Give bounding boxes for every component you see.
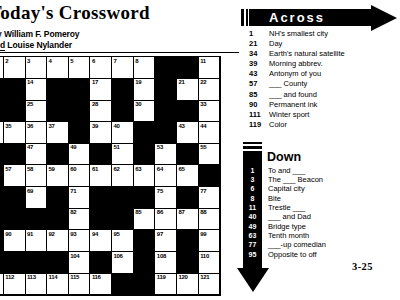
grid-cell-r6-c8[interactable]: 63 [134, 165, 155, 186]
across-clue-text: Winter sport [269, 110, 309, 119]
grid-cell-r5-c6 [90, 144, 111, 165]
across-clue-number: 34 [249, 49, 269, 59]
across-clue[interactable]: 43Antonym of you [249, 69, 345, 79]
across-clue-text: NH's smallest city [269, 29, 328, 38]
grid-cell-r7-c1 [0, 187, 3, 208]
cell-number: 94 [92, 231, 98, 237]
down-clue-text: Bridge type [268, 222, 306, 231]
down-clue-number: 77 [243, 240, 262, 249]
grid-cell-r9-c2[interactable]: 90 [4, 230, 25, 251]
down-arrow-tail-icon [243, 142, 262, 151]
cell-number: 93 [70, 231, 76, 237]
cell-number: 71 [70, 188, 76, 194]
down-header-label: Down [267, 150, 301, 164]
down-clue[interactable]: 95Opposite to off [243, 250, 326, 259]
down-clue-number: 49 [243, 222, 262, 231]
grid-cell-r6-c7[interactable]: 62 [112, 165, 133, 186]
cell-number: 90 [5, 231, 11, 237]
cell-number: 49 [70, 144, 76, 150]
down-arrow-head-icon [237, 268, 269, 292]
grid-cell-r7-c8 [134, 187, 155, 208]
down-clue[interactable]: 11Trestle ___ [243, 203, 326, 212]
grid-cell-r10-c3 [26, 252, 47, 273]
grid-cell-r3-c2 [4, 101, 25, 122]
grid-cell-r9-c4[interactable]: 92 [47, 230, 68, 251]
cell-number: 113 [27, 274, 36, 280]
cell-number: 119 [157, 274, 166, 280]
byline-author-2: d Louise Nylander [0, 40, 72, 50]
down-clue-number: 3 [243, 175, 262, 184]
grid-cell-r2-c9 [155, 79, 176, 100]
across-clue-text: ___ County [269, 79, 307, 88]
grid-cell-r7-c2 [4, 187, 25, 208]
grid-cell-r9-c11[interactable]: 99 [199, 230, 220, 251]
across-clue[interactable]: 90Permanent ink [249, 100, 345, 110]
cell-number: 55 [200, 144, 206, 150]
grid-cell-r8-c3 [26, 209, 47, 230]
grid-cell-r9-c7[interactable]: 95 [112, 230, 133, 251]
cell-number: 77 [200, 188, 206, 194]
across-arrow-head-icon [371, 5, 397, 31]
cell-number: 62 [114, 166, 120, 172]
grid-cell-r9-c10 [177, 230, 198, 251]
grid-cell-r5-c9[interactable]: 53 [155, 144, 176, 165]
grid-cell-r10-c9[interactable]: 108 [155, 252, 176, 273]
grid-cell-r2-c5 [69, 79, 90, 100]
grid-cell-r5-c3[interactable]: 47 [26, 144, 47, 165]
grid-cell-r7-c6 [90, 187, 111, 208]
grid-cell-r3-c7 [112, 101, 133, 122]
cell-number: 37 [49, 123, 55, 129]
grid-cell-r8-c4 [47, 209, 68, 230]
grid-cell-r5-c2 [4, 144, 25, 165]
grid-cell-r1-c6[interactable]: 6 [90, 57, 111, 78]
grid-cell-r3-c5 [69, 101, 90, 122]
cell-number: 53 [157, 144, 163, 150]
grid-cell-r9-c1 [0, 230, 3, 251]
down-clue-text: ___-up comedian [268, 240, 326, 249]
byline-1-cropped-fragment: y [0, 29, 2, 39]
cell-number: 3 [27, 58, 30, 64]
grid-cell-r8-c5[interactable]: 82 [69, 209, 90, 230]
cell-number: 21 [179, 79, 185, 85]
cell-number: 116 [92, 274, 101, 280]
grid-cell-r11-c1[interactable]: 111 [0, 274, 3, 295]
cell-number: 91 [27, 231, 33, 237]
across-clue[interactable]: 85___ and found [249, 90, 345, 100]
grid-cell-r4-c3[interactable]: 36 [26, 122, 47, 143]
cell-number: 11 [200, 58, 206, 64]
cell-number: 7 [114, 58, 117, 64]
grid-cell-r9-c9[interactable]: 97 [155, 230, 176, 251]
grid-cell-r10-c7[interactable]: 106 [112, 252, 133, 273]
grid-cell-r8-c10[interactable]: 87 [177, 209, 198, 230]
cell-number: 106 [114, 253, 123, 259]
grid-cell-r6-c1 [0, 165, 3, 186]
cell-number: 4 [49, 58, 52, 64]
grid-cell-r10-c6 [90, 252, 111, 273]
across-clue[interactable]: 57___ County [249, 79, 345, 89]
cell-number: 39 [92, 123, 98, 129]
cell-number: 14 [27, 79, 33, 85]
grid-cell-r7-c4 [47, 187, 68, 208]
header-divider [0, 52, 239, 53]
grid-cell-r1-c2[interactable]: 2 [4, 57, 25, 78]
grid-cell-r9-c3[interactable]: 91 [26, 230, 47, 251]
across-clue-number: 1 [249, 29, 269, 39]
cell-number: 63 [135, 166, 141, 172]
grid-cell-r4-c8 [134, 122, 155, 143]
down-clue-number: 95 [243, 250, 262, 259]
cell-number: 17 [92, 79, 98, 85]
grid-cell-r2-c8[interactable]: 19 [134, 79, 155, 100]
grid-cell-r4-c10[interactable]: 43 [177, 122, 198, 143]
grid-cell-r10-c5[interactable]: 104 [69, 252, 90, 273]
grid-cell-r6-c2[interactable]: 57 [4, 165, 25, 186]
down-clue-text: ___ and Dad [268, 212, 311, 221]
down-clue-number: 40 [243, 212, 262, 221]
grid-cell-r7-c7 [112, 187, 133, 208]
across-clue-number: 21 [249, 39, 269, 49]
grid-cell-r10-c11[interactable]: 110 [199, 252, 220, 273]
cell-number: 85 [135, 209, 141, 215]
grid-cell-r2-c3[interactable]: 14 [26, 79, 47, 100]
cell-number: 58 [27, 166, 33, 172]
cell-number: 8 [135, 58, 138, 64]
grid-cell-r6-c3[interactable]: 58 [26, 165, 47, 186]
grid-cell-r7-c9[interactable]: 75 [155, 187, 176, 208]
across-clue[interactable]: 21Day [249, 39, 345, 49]
cell-number: 5 [70, 58, 73, 64]
down-clue[interactable]: 40___ and Dad [243, 212, 326, 221]
across-clue-text: Morning abbrev. [269, 59, 323, 68]
down-clue-number: 11 [243, 203, 262, 212]
across-clue-text: Antonym of you [269, 69, 321, 78]
grid-cell-r9-c8 [134, 230, 155, 251]
cell-number: 61 [92, 166, 98, 172]
cell-number: 120 [179, 274, 188, 280]
byline-1-name: William F. Pomeroy [4, 29, 80, 39]
cell-number: 36 [27, 123, 33, 129]
grid-cell-r4-c9 [155, 122, 176, 143]
cell-number: 2 [5, 58, 8, 64]
grid-cell-r6-c5[interactable]: 60 [69, 165, 90, 186]
across-clue-text: Permanent ink [269, 100, 317, 109]
grid-cell-r4-c11[interactable]: 44 [199, 122, 220, 143]
grid-cell-r11-c9[interactable]: 119 [155, 274, 176, 295]
grid-cell-r1-c8[interactable]: 8 [134, 57, 155, 78]
across-header-banner: Across [249, 9, 371, 26]
across-clue[interactable]: 1NH's smallest city [249, 29, 345, 39]
across-clue-number: 39 [249, 59, 269, 69]
grid-cell-r1-c9 [155, 57, 176, 78]
grid-cell-r5-c1 [0, 144, 3, 165]
cell-number: 57 [5, 166, 11, 172]
grid-cell-r5-c8 [134, 144, 155, 165]
grid-cell-r10-c1 [0, 252, 3, 273]
across-clue[interactable]: 34Earth's natural satellite [249, 49, 345, 59]
grid-cell-r8-c2 [4, 209, 25, 230]
grid-cell-r4-c7[interactable]: 40 [112, 122, 133, 143]
grid-cell-r5-c4 [47, 144, 68, 165]
across-clue[interactable]: 111Winter sport [249, 110, 345, 120]
cell-number: 87 [179, 209, 185, 215]
cell-number: 112 [5, 274, 14, 280]
cell-number: 114 [49, 274, 58, 280]
down-clue-text: The ___ Beacon [268, 175, 323, 184]
puzzle-date: 3-25 [352, 261, 373, 272]
grid-cell-r11-c6[interactable]: 116 [90, 274, 111, 295]
grid-cell-r1-c4[interactable]: 4 [47, 57, 68, 78]
grid-cell-r2-c11[interactable]: 22 [199, 79, 220, 100]
down-clue-text: To and ___ [268, 166, 305, 175]
grid-cell-r2-c10[interactable]: 21 [177, 79, 198, 100]
grid-cell-r2-c4 [47, 79, 68, 100]
down-clue-text: Opposite to off [268, 250, 317, 259]
grid-cell-r6-c4[interactable]: 59 [47, 165, 68, 186]
down-clue-number: 63 [243, 231, 262, 240]
byline-author-1: y William F. Pomeroy [0, 29, 80, 39]
byline-2-name: Louise Nylander [7, 40, 72, 50]
grid-cell-r3-c9 [155, 101, 176, 122]
grid-cell-r3-c10 [177, 101, 198, 122]
grid-cell-r1-c3[interactable]: 3 [26, 57, 47, 78]
grid-cell-r3-c3[interactable]: 25 [26, 101, 47, 122]
down-clue-text: Bite [268, 194, 281, 203]
grid-cell-r8-c9[interactable]: 86 [155, 209, 176, 230]
down-clue-number: 8 [243, 194, 262, 203]
crossword-grid: 1234567811141719212225283033343536373940… [0, 56, 221, 296]
cell-number: 33 [200, 101, 206, 107]
across-clue-number: 85 [249, 90, 269, 100]
cell-number: 25 [27, 101, 33, 107]
grid-cell-r1-c11[interactable]: 11 [199, 57, 220, 78]
across-header-label: Across [269, 10, 325, 25]
cell-number: 88 [200, 209, 206, 215]
cell-number: 40 [114, 123, 120, 129]
grid-cell-r5-c11[interactable]: 55 [199, 144, 220, 165]
grid-cell-r5-c7[interactable]: 51 [112, 144, 133, 165]
cell-number: 59 [49, 166, 55, 172]
down-clue-text: Trestle ___ [268, 203, 305, 212]
down-clue[interactable]: 6Capital city [243, 184, 326, 193]
grid-cell-r6-c6[interactable]: 61 [90, 165, 111, 186]
cell-number: 108 [157, 253, 166, 259]
grid-cell-r8-c8[interactable]: 85 [134, 209, 155, 230]
down-clue[interactable]: 49Bridge type [243, 222, 326, 231]
cell-number: 19 [135, 79, 141, 85]
across-arrow-tail-icon [241, 9, 249, 26]
down-clue-number: 1 [243, 166, 262, 175]
across-clue-number: 57 [249, 79, 269, 89]
cell-number: 92 [49, 231, 55, 237]
grid-cell-r5-c5[interactable]: 49 [69, 144, 90, 165]
grid-cell-r11-c2[interactable]: 112 [4, 274, 25, 295]
grid-cell-r11-c11[interactable]: 121 [199, 274, 220, 295]
cell-number: 22 [200, 79, 206, 85]
grid-cell-r2-c2 [4, 79, 25, 100]
across-clue-number: 111 [249, 110, 269, 120]
grid-cell-r8-c1 [0, 209, 3, 230]
grid-cell-r2-c1 [0, 79, 3, 100]
down-clue[interactable]: 77___-up comedian [243, 240, 326, 249]
grid-cell-r6-c11 [199, 165, 220, 186]
cell-number: 121 [200, 274, 209, 280]
cell-number: 6 [92, 58, 95, 64]
grid-cell-r2-c7 [112, 79, 133, 100]
across-clue-text: Earth's natural satellite [269, 49, 345, 58]
cell-number: 86 [157, 209, 163, 215]
cell-number: 115 [70, 274, 79, 280]
down-clue-text: Capital city [268, 184, 305, 193]
grid-cell-r4-c4[interactable]: 37 [47, 122, 68, 143]
cell-number: 104 [70, 253, 79, 259]
grid-cell-r7-c5[interactable]: 71 [69, 187, 90, 208]
puzzle-title: Today's Crossword [0, 2, 150, 24]
grid-cell-r6-c10[interactable]: 65 [177, 165, 198, 186]
grid-cell-r11-c7 [112, 274, 133, 295]
grid-cell-r7-c11[interactable]: 77 [199, 187, 220, 208]
grid-cell-r8-c6 [90, 209, 111, 230]
grid-cell-r4-c6[interactable]: 39 [90, 122, 111, 143]
down-clue-text: Tenth month [268, 231, 309, 240]
grid-cell-r4-c5 [69, 122, 90, 143]
across-clue-text: ___ and found [269, 90, 317, 99]
down-clue[interactable]: 8Bite [243, 194, 326, 203]
cell-number: 44 [200, 123, 206, 129]
down-clue-list: 1To and ___3The ___ Beacon6Capital city8… [243, 166, 326, 259]
grid-cell-r3-c8[interactable]: 30 [134, 101, 155, 122]
across-clue-number: 43 [249, 69, 269, 79]
cell-number: 30 [135, 101, 141, 107]
grid-cell-r6-c9[interactable]: 64 [155, 165, 176, 186]
grid-cell-r10-c4 [47, 252, 68, 273]
grid-cell-r7-c3[interactable]: 69 [26, 187, 47, 208]
grid-cell-r4-c2[interactable]: 35 [4, 122, 25, 143]
cell-number: 99 [200, 231, 206, 237]
cell-number: 51 [114, 144, 120, 150]
across-clue-text: Day [269, 39, 282, 48]
cell-number: 110 [200, 253, 209, 259]
grid-cell-r4-c1[interactable]: 34 [0, 122, 3, 143]
grid-cell-r11-c3[interactable]: 113 [26, 274, 47, 295]
grid-cell-r11-c5[interactable]: 115 [69, 274, 90, 295]
cell-number: 64 [157, 166, 163, 172]
grid-cell-r8-c7 [112, 209, 133, 230]
grid-cell-r1-c7[interactable]: 7 [112, 57, 133, 78]
grid-cell-r1-c1[interactable]: 1 [0, 57, 3, 78]
across-clue-number: 90 [249, 100, 269, 110]
cell-number: 47 [27, 144, 33, 150]
grid-cell-r3-c11[interactable]: 33 [199, 101, 220, 122]
grid-cell-r3-c6[interactable]: 28 [90, 101, 111, 122]
cell-number: 69 [27, 188, 33, 194]
cell-number: 65 [179, 166, 185, 172]
grid-cell-r1-c10 [177, 57, 198, 78]
grid-cell-r11-c8 [134, 274, 155, 295]
cell-number: 82 [70, 209, 76, 215]
across-clue-list: 1NH's smallest city21Day34Earth's natura… [249, 29, 345, 130]
cell-number: 95 [114, 231, 120, 237]
grid-cell-r11-c10[interactable]: 120 [177, 274, 198, 295]
down-clue[interactable]: 3The ___ Beacon [243, 175, 326, 184]
grid-cell-r5-c10 [177, 144, 198, 165]
grid-cell-r3-c4 [47, 101, 68, 122]
grid-cell-r1-c5[interactable]: 5 [69, 57, 90, 78]
grid-cell-r9-c5[interactable]: 93 [69, 230, 90, 251]
cell-number: 28 [92, 101, 98, 107]
cell-number: 75 [157, 188, 163, 194]
cell-number: 43 [179, 123, 185, 129]
across-clue-number: 119 [249, 120, 269, 130]
grid-cell-r8-c11[interactable]: 88 [199, 209, 220, 230]
grid-cell-r9-c6[interactable]: 94 [90, 230, 111, 251]
cell-number: 60 [70, 166, 76, 172]
grid-cell-r11-c4[interactable]: 114 [47, 274, 68, 295]
grid-cell-r10-c2 [4, 252, 25, 273]
across-clue-text: Color [269, 120, 287, 129]
grid-cell-r2-c6[interactable]: 17 [90, 79, 111, 100]
down-clue[interactable]: 1To and ___ [243, 166, 326, 175]
across-clue[interactable]: 119Color [249, 120, 345, 130]
across-clue[interactable]: 39Morning abbrev. [249, 59, 345, 69]
byline-2-cropped-fragment: d [0, 40, 5, 51]
cell-number: 35 [5, 123, 11, 129]
grid-cell-r7-c10 [177, 187, 198, 208]
cell-number: 97 [157, 231, 163, 237]
grid-cell-r3-c1 [0, 101, 3, 122]
grid-cell-r10-c8 [134, 252, 155, 273]
down-clue-number: 6 [243, 184, 262, 193]
down-clue[interactable]: 63Tenth month [243, 231, 326, 240]
grid-cell-r10-c10 [177, 252, 198, 273]
